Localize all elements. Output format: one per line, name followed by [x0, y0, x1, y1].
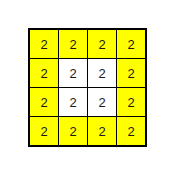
cell-r1c3[interactable]: 2	[117, 59, 145, 87]
cell-r1c2[interactable]: 2	[88, 59, 116, 87]
cell-r3c1[interactable]: 2	[59, 117, 87, 145]
cell-r0c1[interactable]: 2	[59, 30, 87, 58]
cell-r0c2[interactable]: 2	[88, 30, 116, 58]
cell-r3c3[interactable]: 2	[117, 117, 145, 145]
cell-r3c2[interactable]: 2	[88, 117, 116, 145]
cell-r2c0[interactable]: 2	[30, 88, 58, 116]
cell-r2c2[interactable]: 2	[88, 88, 116, 116]
cell-r1c1[interactable]: 2	[59, 59, 87, 87]
puzzle-board: 2222222222222222	[28, 28, 147, 147]
cell-r2c3[interactable]: 2	[117, 88, 145, 116]
cell-r0c3[interactable]: 2	[117, 30, 145, 58]
page-background: 2222222222222222	[0, 0, 175, 175]
cell-r0c0[interactable]: 2	[30, 30, 58, 58]
cell-r3c0[interactable]: 2	[30, 117, 58, 145]
cell-r2c1[interactable]: 2	[59, 88, 87, 116]
cell-r1c0[interactable]: 2	[30, 59, 58, 87]
